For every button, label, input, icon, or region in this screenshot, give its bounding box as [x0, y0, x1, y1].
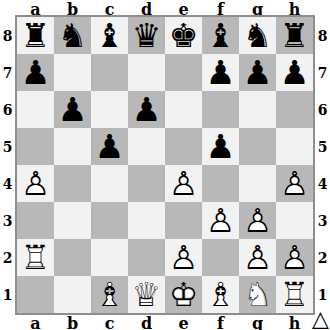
rank-label-3: 3	[315, 202, 330, 239]
piece-black-rook: ♜	[276, 17, 313, 54]
black-rook-icon: ♜	[276, 17, 313, 54]
rank-label-4: 4	[0, 165, 15, 202]
white-pawn-icon: ♙	[239, 202, 276, 239]
piece-black-pawn: ♟	[17, 54, 54, 91]
square-b8[interactable]: ♞	[54, 17, 91, 54]
rank-labels-right: 87654321	[315, 17, 330, 313]
piece-white-bishop: ♝♗	[202, 276, 239, 313]
black-pawn-icon: ♟	[54, 91, 91, 128]
piece-black-knight: ♞	[54, 17, 91, 54]
square-g4[interactable]	[239, 165, 276, 202]
chess-board: ♜♞♝♛♚♝♞♜♟♟♟♟♟♟♟♟♟♙♟♙♟♙♟♙♟♙♜♖♟♙♟♙♟♙♝♗♛♕♚♔…	[15, 15, 315, 315]
square-b3[interactable]	[54, 202, 91, 239]
piece-white-pawn: ♟♙	[239, 202, 276, 239]
white-bishop-icon: ♗	[91, 276, 128, 313]
file-labels-bottom: abcdefgh	[17, 314, 313, 329]
square-c2[interactable]	[91, 239, 128, 276]
black-pawn-icon: ♟	[239, 54, 276, 91]
square-d3[interactable]	[128, 202, 165, 239]
square-f6[interactable]	[202, 91, 239, 128]
square-e6[interactable]	[165, 91, 202, 128]
square-a1[interactable]	[17, 276, 54, 313]
square-h2[interactable]: ♟♙	[276, 239, 313, 276]
piece-black-king: ♚	[165, 17, 202, 54]
square-g2[interactable]: ♟♙	[239, 239, 276, 276]
square-b5[interactable]	[54, 128, 91, 165]
piece-black-pawn: ♟	[54, 91, 91, 128]
square-d4[interactable]	[128, 165, 165, 202]
white-pawn-icon: ♙	[276, 165, 313, 202]
square-d7[interactable]	[128, 54, 165, 91]
square-b7[interactable]	[54, 54, 91, 91]
rank-label-2: 2	[315, 239, 330, 276]
square-h4[interactable]: ♟♙	[276, 165, 313, 202]
piece-white-knight: ♞♘	[239, 276, 276, 313]
square-h7[interactable]: ♟	[276, 54, 313, 91]
square-a3[interactable]	[17, 202, 54, 239]
black-pawn-icon: ♟	[91, 128, 128, 165]
black-pawn-icon: ♟	[202, 54, 239, 91]
rank-label-2: 2	[0, 239, 15, 276]
square-g6[interactable]	[239, 91, 276, 128]
square-g8[interactable]: ♞	[239, 17, 276, 54]
white-pawn-icon: ♙	[239, 239, 276, 276]
black-pawn-icon: ♟	[202, 128, 239, 165]
piece-black-knight: ♞	[239, 17, 276, 54]
file-label-g: g	[239, 314, 276, 330]
rank-label-6: 6	[315, 91, 330, 128]
piece-black-pawn: ♟	[128, 91, 165, 128]
piece-white-pawn: ♟♙	[202, 202, 239, 239]
square-a5[interactable]	[17, 128, 54, 165]
rank-label-3: 3	[0, 202, 15, 239]
square-a2[interactable]: ♜♖	[17, 239, 54, 276]
square-b6[interactable]: ♟	[54, 91, 91, 128]
square-c4[interactable]	[91, 165, 128, 202]
square-e8[interactable]: ♚	[165, 17, 202, 54]
square-b2[interactable]	[54, 239, 91, 276]
black-king-icon: ♚	[165, 17, 202, 54]
square-c6[interactable]	[91, 91, 128, 128]
file-label-e: e	[165, 314, 202, 330]
black-knight-icon: ♞	[239, 17, 276, 54]
black-pawn-icon: ♟	[17, 54, 54, 91]
black-bishop-icon: ♝	[91, 17, 128, 54]
square-d1[interactable]: ♛♕	[128, 276, 165, 313]
square-f2[interactable]	[202, 239, 239, 276]
piece-black-pawn: ♟	[239, 54, 276, 91]
rank-label-7: 7	[315, 54, 330, 91]
square-f7[interactable]: ♟	[202, 54, 239, 91]
piece-white-pawn: ♟♙	[17, 165, 54, 202]
square-a8[interactable]: ♜	[17, 17, 54, 54]
square-a7[interactable]: ♟	[17, 54, 54, 91]
black-rook-icon: ♜	[17, 17, 54, 54]
square-e4[interactable]: ♟♙	[165, 165, 202, 202]
square-d5[interactable]	[128, 128, 165, 165]
square-c1[interactable]: ♝♗	[91, 276, 128, 313]
square-f5[interactable]: ♟	[202, 128, 239, 165]
file-labels-top: abcdefgh	[17, 0, 313, 15]
rank-label-6: 6	[0, 91, 15, 128]
piece-black-pawn: ♟	[91, 128, 128, 165]
black-pawn-icon: ♟	[128, 91, 165, 128]
white-knight-icon: ♘	[239, 276, 276, 313]
rank-label-4: 4	[315, 165, 330, 202]
square-a4[interactable]: ♟♙	[17, 165, 54, 202]
square-f4[interactable]	[202, 165, 239, 202]
square-g7[interactable]: ♟	[239, 54, 276, 91]
white-queen-icon: ♕	[128, 276, 165, 313]
white-pawn-icon: ♙	[165, 239, 202, 276]
square-f1[interactable]: ♝♗	[202, 276, 239, 313]
square-h6[interactable]	[276, 91, 313, 128]
rank-label-8: 8	[315, 17, 330, 54]
square-c3[interactable]	[91, 202, 128, 239]
rank-label-7: 7	[0, 54, 15, 91]
square-h5[interactable]	[276, 128, 313, 165]
white-pawn-icon: ♙	[202, 202, 239, 239]
piece-black-pawn: ♟	[202, 128, 239, 165]
white-to-move-indicator: △	[312, 308, 329, 330]
piece-white-pawn: ♟♙	[276, 239, 313, 276]
square-g3[interactable]: ♟♙	[239, 202, 276, 239]
piece-black-queen: ♛	[128, 17, 165, 54]
piece-white-pawn: ♟♙	[276, 165, 313, 202]
square-c5[interactable]: ♟	[91, 128, 128, 165]
black-bishop-icon: ♝	[202, 17, 239, 54]
piece-white-pawn: ♟♙	[165, 165, 202, 202]
white-pawn-icon: ♙	[276, 239, 313, 276]
file-label-b: b	[54, 314, 91, 330]
square-e5[interactable]	[165, 128, 202, 165]
file-label-h: h	[276, 314, 313, 330]
square-e1[interactable]: ♚♔	[165, 276, 202, 313]
square-e7[interactable]	[165, 54, 202, 91]
square-h3[interactable]	[276, 202, 313, 239]
rank-label-5: 5	[0, 128, 15, 165]
piece-white-bishop: ♝♗	[91, 276, 128, 313]
piece-black-pawn: ♟	[202, 54, 239, 91]
black-queen-icon: ♛	[128, 17, 165, 54]
piece-white-pawn: ♟♙	[239, 239, 276, 276]
white-pawn-icon: ♙	[165, 165, 202, 202]
rank-labels-left: 87654321	[0, 17, 15, 313]
piece-white-king: ♚♔	[165, 276, 202, 313]
square-f8[interactable]: ♝	[202, 17, 239, 54]
file-label-d: d	[128, 314, 165, 330]
black-knight-icon: ♞	[54, 17, 91, 54]
square-c7[interactable]	[91, 54, 128, 91]
piece-black-bishop: ♝	[91, 17, 128, 54]
square-d8[interactable]: ♛	[128, 17, 165, 54]
piece-white-queen: ♛♕	[128, 276, 165, 313]
file-label-f: f	[202, 314, 239, 330]
white-pawn-icon: ♙	[17, 165, 54, 202]
square-f3[interactable]: ♟♙	[202, 202, 239, 239]
square-d6[interactable]: ♟	[128, 91, 165, 128]
square-d2[interactable]	[128, 239, 165, 276]
chess-diagram: abcdefgh 87654321 87654321 abcdefgh ♜♞♝♛…	[0, 0, 330, 330]
file-label-c: c	[91, 314, 128, 330]
square-c8[interactable]: ♝	[91, 17, 128, 54]
square-b1[interactable]	[54, 276, 91, 313]
black-pawn-icon: ♟	[276, 54, 313, 91]
square-h1[interactable]: ♜♖	[276, 276, 313, 313]
square-e3[interactable]	[165, 202, 202, 239]
square-h8[interactable]: ♜	[276, 17, 313, 54]
file-label-a: a	[17, 314, 54, 330]
rank-label-1: 1	[0, 276, 15, 313]
piece-white-pawn: ♟♙	[165, 239, 202, 276]
rank-label-5: 5	[315, 128, 330, 165]
square-g1[interactable]: ♞♘	[239, 276, 276, 313]
piece-white-rook: ♜♖	[276, 276, 313, 313]
rank-label-8: 8	[0, 17, 15, 54]
square-a6[interactable]	[17, 91, 54, 128]
piece-white-rook: ♜♖	[17, 239, 54, 276]
white-king-icon: ♔	[165, 276, 202, 313]
white-rook-icon: ♖	[276, 276, 313, 313]
white-rook-icon: ♖	[17, 239, 54, 276]
square-e2[interactable]: ♟♙	[165, 239, 202, 276]
piece-black-pawn: ♟	[276, 54, 313, 91]
square-g5[interactable]	[239, 128, 276, 165]
square-b4[interactable]	[54, 165, 91, 202]
white-bishop-icon: ♗	[202, 276, 239, 313]
piece-black-rook: ♜	[17, 17, 54, 54]
piece-black-bishop: ♝	[202, 17, 239, 54]
